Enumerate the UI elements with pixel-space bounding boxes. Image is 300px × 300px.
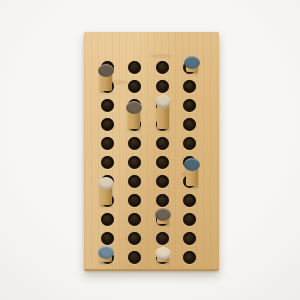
cell-c3-r7 [148, 172, 176, 191]
peg-gray-c1-r2[interactable] [98, 64, 114, 93]
hole-c2-r8[interactable] [128, 194, 141, 207]
peg-cap-blue [184, 56, 200, 69]
cell-c4-r5 [176, 134, 204, 153]
cell-c2-r5 [121, 134, 149, 153]
hole-c4-r8[interactable] [183, 194, 196, 207]
cell-c1-r3 [93, 96, 121, 115]
hole-c4-r3[interactable] [183, 99, 196, 112]
hole-c3-r1[interactable] [156, 61, 169, 74]
hole-c1-r5[interactable] [101, 137, 114, 150]
cell-c4-r3 [176, 96, 204, 115]
cell-c2-r2 [121, 77, 149, 96]
hole-c1-r4[interactable] [101, 118, 114, 131]
hole-c3-r8[interactable] [156, 194, 169, 207]
pegboard [84, 32, 219, 271]
peg-white-c3-r11[interactable] [155, 247, 171, 264]
cell-c4-r2 [176, 77, 204, 96]
cell-c3-r5 [148, 134, 176, 153]
hole-c2-r2[interactable] [128, 80, 141, 93]
cell-c2-r7 [121, 172, 149, 191]
cell-c3-r2 [148, 77, 176, 96]
peg-gray-c2-r4[interactable] [126, 101, 142, 131]
cell-c3-r1 [148, 58, 176, 77]
hole-c2-r10[interactable] [128, 232, 141, 245]
peg-cap-gray [126, 101, 142, 114]
hole-c3-r5[interactable] [156, 137, 169, 150]
cell-c4-r9 [176, 210, 204, 229]
hole-c4-r4[interactable] [183, 118, 196, 131]
hole-c4-r2[interactable] [183, 80, 196, 93]
hole-c1-r10[interactable] [101, 232, 114, 245]
peg-white-c1-r8[interactable] [98, 177, 114, 207]
hole-c2-r9[interactable] [128, 213, 141, 226]
cell-c3-r6 [148, 153, 176, 172]
hole-c4-r5[interactable] [183, 137, 196, 150]
cell-c2-r9 [121, 210, 149, 229]
hole-c2-r6[interactable] [128, 156, 141, 169]
hole-c3-r6[interactable] [156, 156, 169, 169]
hole-c3-r2[interactable] [156, 80, 169, 93]
cell-c1-r4 [93, 115, 121, 134]
photo-background [0, 0, 300, 300]
peg-cap-white [98, 177, 114, 190]
cell-c2-r8 [121, 191, 149, 210]
cell-c1-r6 [93, 153, 121, 172]
peg-white-c3-r4[interactable] [155, 95, 171, 131]
peg-cap-blue [98, 246, 114, 259]
hole-c2-r11[interactable] [128, 251, 141, 264]
hole-c2-r5[interactable] [128, 137, 141, 150]
hole-c4-r10[interactable] [183, 232, 196, 245]
hole-c1-r9[interactable] [101, 213, 114, 226]
hole-c1-r6[interactable] [101, 156, 114, 169]
cell-c4-r11 [176, 248, 204, 267]
cell-c4-r10 [176, 229, 204, 248]
peg-blue-c4-r7[interactable] [184, 158, 200, 188]
cell-c2-r11 [121, 248, 149, 267]
peg-cap-gray [98, 64, 114, 77]
peg-cap-gray [155, 208, 171, 221]
cell-c2-r6 [121, 153, 149, 172]
cell-c1-r9 [93, 210, 121, 229]
hole-c3-r7[interactable] [156, 175, 169, 188]
hole-c2-r7[interactable] [128, 175, 141, 188]
hole-c4-r9[interactable] [183, 213, 196, 226]
peg-cap-white [155, 95, 171, 108]
cell-c4-r8 [176, 191, 204, 210]
hole-c3-r10[interactable] [156, 232, 169, 245]
peg-gray-c3-r9[interactable] [155, 208, 171, 226]
cell-c4-r4 [176, 115, 204, 134]
cell-c3-r8 [148, 191, 176, 210]
hole-c4-r11[interactable] [183, 251, 196, 264]
peg-cap-blue [184, 158, 200, 171]
cell-c1-r10 [93, 229, 121, 248]
cell-c2-r1 [121, 58, 149, 77]
peg-blue-c1-r11[interactable] [98, 246, 114, 264]
cell-c3-r10 [148, 229, 176, 248]
peg-blue-c4-r1[interactable] [184, 56, 200, 74]
cell-c1-r5 [93, 134, 121, 153]
cell-c2-r10 [121, 229, 149, 248]
peg-cap-white [155, 247, 171, 260]
hole-c2-r1[interactable] [128, 61, 141, 74]
hole-c1-r3[interactable] [101, 99, 114, 112]
